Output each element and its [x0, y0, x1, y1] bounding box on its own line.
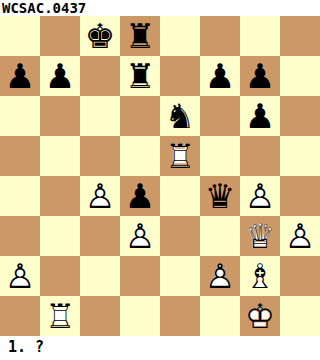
- square-f2[interactable]: ♟♙: [200, 256, 240, 296]
- square-d3[interactable]: ♟♙: [120, 216, 160, 256]
- square-g1[interactable]: ♚♔: [240, 296, 280, 336]
- square-c6[interactable]: [80, 96, 120, 136]
- square-e8[interactable]: [160, 16, 200, 56]
- square-h4[interactable]: [280, 176, 320, 216]
- square-f8[interactable]: [200, 16, 240, 56]
- square-e6[interactable]: ♞: [160, 96, 200, 136]
- square-a1[interactable]: [0, 296, 40, 336]
- square-b8[interactable]: [40, 16, 80, 56]
- square-f1[interactable]: [200, 296, 240, 336]
- square-g5[interactable]: [240, 136, 280, 176]
- square-g3[interactable]: ♛♕: [240, 216, 280, 256]
- square-e3[interactable]: [160, 216, 200, 256]
- square-a4[interactable]: [0, 176, 40, 216]
- black-pawn: ♟: [245, 96, 275, 136]
- square-a2[interactable]: ♟♙: [0, 256, 40, 296]
- white-pawn: ♟♙: [240, 176, 280, 216]
- square-g2[interactable]: ♝♗: [240, 256, 280, 296]
- white-pawn: ♟♙: [80, 176, 120, 216]
- square-d2[interactable]: [120, 256, 160, 296]
- square-c2[interactable]: [80, 256, 120, 296]
- square-d1[interactable]: [120, 296, 160, 336]
- white-pawn: ♟♙: [0, 256, 40, 296]
- white-pawn: ♟♙: [120, 216, 160, 256]
- move-prompt: 1. ?: [0, 336, 320, 360]
- square-h3[interactable]: ♟♙: [280, 216, 320, 256]
- square-e4[interactable]: [160, 176, 200, 216]
- square-f4[interactable]: ♛: [200, 176, 240, 216]
- square-b7[interactable]: ♟: [40, 56, 80, 96]
- square-b5[interactable]: [40, 136, 80, 176]
- square-f6[interactable]: [200, 96, 240, 136]
- black-queen: ♛: [205, 176, 235, 216]
- white-pawn: ♟♙: [200, 256, 240, 296]
- square-a6[interactable]: [0, 96, 40, 136]
- black-rook: ♜: [125, 56, 155, 96]
- square-e2[interactable]: [160, 256, 200, 296]
- black-rook: ♜: [125, 16, 155, 56]
- black-pawn: ♟: [245, 56, 275, 96]
- square-d7[interactable]: ♜: [120, 56, 160, 96]
- square-g7[interactable]: ♟: [240, 56, 280, 96]
- square-c1[interactable]: [80, 296, 120, 336]
- black-pawn: ♟: [125, 176, 155, 216]
- square-f3[interactable]: [200, 216, 240, 256]
- square-c5[interactable]: [80, 136, 120, 176]
- square-g4[interactable]: ♟♙: [240, 176, 280, 216]
- square-a7[interactable]: ♟: [0, 56, 40, 96]
- black-knight: ♞: [165, 96, 195, 136]
- square-h1[interactable]: [280, 296, 320, 336]
- black-king: ♚: [85, 16, 115, 56]
- square-d6[interactable]: [120, 96, 160, 136]
- white-rook: ♜♖: [160, 136, 200, 176]
- square-b3[interactable]: [40, 216, 80, 256]
- square-h7[interactable]: [280, 56, 320, 96]
- black-pawn: ♟: [205, 56, 235, 96]
- square-b6[interactable]: [40, 96, 80, 136]
- square-e5[interactable]: ♜♖: [160, 136, 200, 176]
- black-pawn: ♟: [45, 56, 75, 96]
- white-pawn: ♟♙: [280, 216, 320, 256]
- square-g8[interactable]: [240, 16, 280, 56]
- square-d8[interactable]: ♜: [120, 16, 160, 56]
- square-c8[interactable]: ♚: [80, 16, 120, 56]
- white-rook: ♜♖: [40, 296, 80, 336]
- square-h6[interactable]: [280, 96, 320, 136]
- white-bishop: ♝♗: [240, 256, 280, 296]
- square-h2[interactable]: [280, 256, 320, 296]
- diagram-title: WCSAC.0437: [0, 0, 320, 16]
- square-c7[interactable]: [80, 56, 120, 96]
- square-b1[interactable]: ♜♖: [40, 296, 80, 336]
- black-pawn: ♟: [5, 56, 35, 96]
- square-f7[interactable]: ♟: [200, 56, 240, 96]
- white-king: ♚♔: [240, 296, 280, 336]
- square-c3[interactable]: [80, 216, 120, 256]
- square-g6[interactable]: ♟: [240, 96, 280, 136]
- square-h5[interactable]: [280, 136, 320, 176]
- square-e1[interactable]: [160, 296, 200, 336]
- white-queen: ♛♕: [240, 216, 280, 256]
- square-c4[interactable]: ♟♙: [80, 176, 120, 216]
- square-h8[interactable]: [280, 16, 320, 56]
- square-f5[interactable]: [200, 136, 240, 176]
- square-b2[interactable]: [40, 256, 80, 296]
- square-a8[interactable]: [0, 16, 40, 56]
- board: ♚♜♟♟♜♟♟♞♟♜♖♟♙♟♛♟♙♟♙♛♕♟♙♟♙♟♙♝♗♜♖♚♔: [0, 16, 320, 336]
- chess-diagram-app: WCSAC.0437 ♚♜♟♟♜♟♟♞♟♜♖♟♙♟♛♟♙♟♙♛♕♟♙♟♙♟♙♝♗…: [0, 0, 320, 360]
- square-a3[interactable]: [0, 216, 40, 256]
- square-d5[interactable]: [120, 136, 160, 176]
- square-b4[interactable]: [40, 176, 80, 216]
- square-e7[interactable]: [160, 56, 200, 96]
- square-d4[interactable]: ♟: [120, 176, 160, 216]
- square-a5[interactable]: [0, 136, 40, 176]
